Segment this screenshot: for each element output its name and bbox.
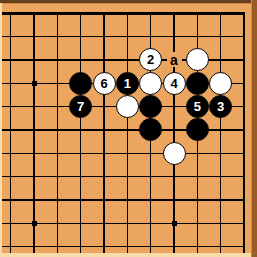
go-board-diagram: a2614753 xyxy=(0,0,257,257)
grid-line-vertical xyxy=(243,12,246,257)
black-stone-1[interactable]: 1 xyxy=(116,72,139,95)
grid-line-horizontal xyxy=(0,176,245,178)
white-stone[interactable] xyxy=(139,72,162,95)
grid-line-horizontal xyxy=(0,223,245,225)
grid-line-vertical xyxy=(220,12,222,257)
go-board-surface[interactable]: a2614753 xyxy=(0,0,257,257)
white-stone-2[interactable]: 2 xyxy=(139,48,162,71)
black-stone-3[interactable]: 3 xyxy=(209,95,232,118)
point-label-a: a xyxy=(167,52,182,67)
grid-line-horizontal xyxy=(0,153,245,155)
black-stone[interactable] xyxy=(186,118,209,141)
white-stone[interactable] xyxy=(209,72,232,95)
star-point xyxy=(172,221,177,226)
grid-line-vertical xyxy=(57,12,59,257)
board-border-top-inner xyxy=(0,3,257,4)
black-stone[interactable] xyxy=(139,118,162,141)
grid-line-horizontal xyxy=(0,246,245,248)
board-border-left xyxy=(0,3,2,257)
black-stone[interactable] xyxy=(139,95,162,118)
grid-line-horizontal xyxy=(0,199,245,201)
stone-number-label: 6 xyxy=(100,77,107,90)
grid-line-vertical xyxy=(103,12,105,257)
stone-number-label: 2 xyxy=(147,53,154,66)
grid-line-vertical xyxy=(80,12,82,257)
white-stone-6[interactable]: 6 xyxy=(93,72,116,95)
board-border-right xyxy=(252,0,257,257)
white-stone[interactable] xyxy=(116,95,139,118)
stone-number-label: 7 xyxy=(77,100,84,113)
white-stone[interactable] xyxy=(163,142,186,165)
grid-line-horizontal xyxy=(0,12,245,15)
white-stone-4[interactable]: 4 xyxy=(163,72,186,95)
black-stone-7[interactable]: 7 xyxy=(69,95,92,118)
stone-number-label: 1 xyxy=(124,77,131,90)
white-stone[interactable] xyxy=(186,48,209,71)
stone-number-label: 4 xyxy=(170,77,177,90)
black-stone-5[interactable]: 5 xyxy=(186,95,209,118)
black-stone[interactable] xyxy=(186,72,209,95)
star-point xyxy=(32,221,37,226)
grid-line-vertical xyxy=(127,12,129,257)
stone-number-label: 3 xyxy=(217,100,224,113)
star-point xyxy=(32,81,37,86)
stone-number-label: 5 xyxy=(194,100,201,113)
board-border-bottom xyxy=(0,253,251,257)
grid-line-horizontal xyxy=(0,36,245,38)
black-stone[interactable] xyxy=(69,72,92,95)
grid-line-vertical xyxy=(10,12,12,257)
